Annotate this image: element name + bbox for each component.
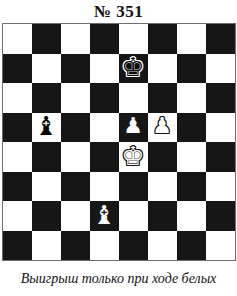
square-g8 [177,24,206,54]
square-c4 [61,142,90,172]
square-h2 [206,201,235,231]
square-a1 [3,231,32,261]
square-e7: ♚ [119,54,148,84]
square-f8 [148,24,177,54]
square-f7 [148,54,177,84]
square-f6 [148,83,177,113]
diagram-caption: Выигрыш только при ходе белых [0,271,237,287]
square-h8 [206,24,235,54]
square-a2 [3,201,32,231]
square-d7 [90,54,119,84]
square-a8 [3,24,32,54]
square-d8 [90,24,119,54]
square-d6 [90,83,119,113]
square-e5: ♟ [119,113,148,143]
square-a5 [3,113,32,143]
piece-white-bishop: ♝ [92,202,115,228]
square-b6 [32,83,61,113]
square-f5: ♟ [148,113,177,143]
square-h6 [206,83,235,113]
square-d5 [90,113,119,143]
square-f3 [148,172,177,202]
square-c6 [61,83,90,113]
diagram-number: № 351 [0,1,237,22]
square-h4 [206,142,235,172]
square-c8 [61,24,90,54]
square-h5 [206,113,235,143]
square-d4 [90,142,119,172]
square-e8 [119,24,148,54]
square-f1 [148,231,177,261]
square-b3 [32,172,61,202]
square-e4: ♚ [119,142,148,172]
square-g4 [177,142,206,172]
piece-white-pawn: ♟ [152,115,172,137]
square-f4 [148,142,177,172]
piece-black-king: ♚ [121,54,144,80]
square-c3 [61,172,90,202]
square-c2 [61,201,90,231]
square-h7 [206,54,235,84]
square-e1 [119,231,148,261]
square-a7 [3,54,32,84]
chess-board: ♚♝♟♟♚♝ [2,23,236,261]
square-b2 [32,201,61,231]
square-h1 [206,231,235,261]
square-g6 [177,83,206,113]
square-b1 [32,231,61,261]
square-b4 [32,142,61,172]
square-d3 [90,172,119,202]
square-g1 [177,231,206,261]
square-g7 [177,54,206,84]
square-e3 [119,172,148,202]
square-a6 [3,83,32,113]
piece-white-pawn: ♟ [123,115,143,137]
square-g2 [177,201,206,231]
square-e2 [119,201,148,231]
square-b5: ♝ [32,113,61,143]
square-g5 [177,113,206,143]
square-c5 [61,113,90,143]
square-a3 [3,172,32,202]
square-b8 [32,24,61,54]
square-c1 [61,231,90,261]
square-h3 [206,172,235,202]
piece-white-king: ♚ [121,143,144,169]
piece-black-bishop: ♝ [34,113,57,139]
square-c7 [61,54,90,84]
square-e6 [119,83,148,113]
square-b7 [32,54,61,84]
square-d1 [90,231,119,261]
square-f2 [148,201,177,231]
square-g3 [177,172,206,202]
square-d2: ♝ [90,201,119,231]
square-a4 [3,142,32,172]
